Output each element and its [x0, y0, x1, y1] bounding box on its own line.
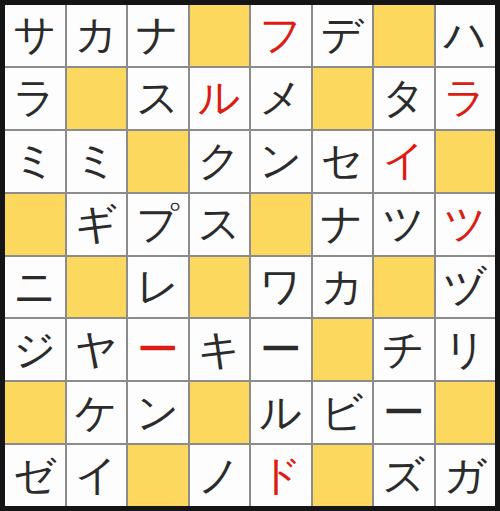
- letter-cell-r5c6[interactable]: カ: [313, 257, 373, 318]
- letter: サ: [13, 14, 56, 56]
- letter-cell-r1c3[interactable]: ナ: [128, 5, 188, 66]
- blocked-cell-r6c6: [313, 319, 373, 380]
- letter-cell-r2c4[interactable]: ル: [190, 68, 250, 129]
- letter-cell-r6c5[interactable]: ー: [251, 319, 311, 380]
- letter-cell-r1c6[interactable]: デ: [313, 5, 373, 66]
- letter: ス: [136, 77, 179, 119]
- letter-cell-r6c3[interactable]: ー: [128, 319, 188, 380]
- letter: ハ: [444, 14, 487, 56]
- letter-cell-r4c6[interactable]: ナ: [313, 194, 373, 255]
- letter: ギ: [75, 203, 118, 245]
- letter: カ: [321, 266, 364, 308]
- letter: ニ: [13, 266, 56, 308]
- letter: ビ: [321, 392, 364, 434]
- letter: チ: [382, 329, 425, 371]
- letter: メ: [259, 77, 302, 119]
- highlighted-letter: フ: [259, 14, 302, 56]
- letter-cell-r3c1[interactable]: ミ: [5, 131, 65, 192]
- letter: ケ: [75, 392, 118, 434]
- letter-cell-r2c1[interactable]: ラ: [5, 68, 65, 129]
- letter-cell-r1c1[interactable]: サ: [5, 5, 65, 66]
- blocked-cell-r8c6: [313, 445, 373, 506]
- letter-cell-r4c7[interactable]: ツ: [374, 194, 434, 255]
- letter-cell-r8c8[interactable]: ガ: [436, 445, 496, 506]
- letter-cell-r6c7[interactable]: チ: [374, 319, 434, 380]
- letter-cell-r3c2[interactable]: ミ: [67, 131, 127, 192]
- letter-cell-r7c6[interactable]: ビ: [313, 382, 373, 443]
- letter-cell-r6c4[interactable]: キ: [190, 319, 250, 380]
- crossword-board: サカナフデハラスルメタラミミクンセイギプスナツツニレワカヅジヤーキーチリケンルビ…: [0, 0, 500, 511]
- letter: ン: [259, 140, 302, 182]
- letter: タ: [382, 77, 425, 119]
- letter: ワ: [259, 266, 302, 308]
- letter-cell-r5c5[interactable]: ワ: [251, 257, 311, 318]
- letter: ガ: [444, 455, 487, 497]
- letter-cell-r3c7[interactable]: イ: [374, 131, 434, 192]
- letter: ミ: [13, 140, 56, 182]
- letter: ジ: [13, 329, 56, 371]
- letter-cell-r4c2[interactable]: ギ: [67, 194, 127, 255]
- letter-cell-r4c4[interactable]: ス: [190, 194, 250, 255]
- blocked-cell-r7c4: [190, 382, 250, 443]
- blocked-cell-r7c8: [436, 382, 496, 443]
- letter-cell-r2c5[interactable]: メ: [251, 68, 311, 129]
- letter-cell-r7c2[interactable]: ケ: [67, 382, 127, 443]
- letter: ズ: [382, 455, 425, 497]
- blocked-cell-r8c3: [128, 445, 188, 506]
- blocked-cell-r2c6: [313, 68, 373, 129]
- letter-cell-r8c7[interactable]: ズ: [374, 445, 434, 506]
- letter: ナ: [321, 203, 364, 245]
- highlighted-letter: イ: [382, 140, 425, 182]
- blocked-cell-r3c3: [128, 131, 188, 192]
- letter: カ: [75, 14, 118, 56]
- blocked-cell-r2c2: [67, 68, 127, 129]
- highlighted-letter: ツ: [444, 203, 487, 245]
- letter: ヤ: [75, 329, 118, 371]
- letter-cell-r3c6[interactable]: セ: [313, 131, 373, 192]
- letter: ー: [260, 329, 302, 371]
- letter-cell-r7c5[interactable]: ル: [251, 382, 311, 443]
- letter-cell-r8c5[interactable]: ド: [251, 445, 311, 506]
- letter-cell-r2c7[interactable]: タ: [374, 68, 434, 129]
- blocked-cell-r4c5: [251, 194, 311, 255]
- letter-cell-r5c3[interactable]: レ: [128, 257, 188, 318]
- letter: セ: [321, 140, 364, 182]
- letter-cell-r3c5[interactable]: ン: [251, 131, 311, 192]
- letter-cell-r1c2[interactable]: カ: [67, 5, 127, 66]
- letter: ナ: [136, 14, 179, 56]
- highlighted-letter: ー: [137, 329, 179, 371]
- letter-cell-r7c7[interactable]: ー: [374, 382, 434, 443]
- letter: ミ: [75, 140, 118, 182]
- highlighted-letter: ド: [259, 455, 302, 497]
- letter: キ: [198, 329, 241, 371]
- letter-cell-r6c8[interactable]: リ: [436, 319, 496, 380]
- blocked-cell-r4c1: [5, 194, 65, 255]
- letter: リ: [444, 329, 487, 371]
- letter-cell-r1c8[interactable]: ハ: [436, 5, 496, 66]
- letter: ゼ: [13, 455, 56, 497]
- letter-cell-r2c8[interactable]: ラ: [436, 68, 496, 129]
- letter: ン: [136, 392, 179, 434]
- letter: ー: [383, 392, 425, 434]
- blocked-cell-r5c7: [374, 257, 434, 318]
- letter-cell-r4c8[interactable]: ツ: [436, 194, 496, 255]
- letter-cell-r4c3[interactable]: プ: [128, 194, 188, 255]
- letter-cell-r3c4[interactable]: ク: [190, 131, 250, 192]
- letter: ヅ: [444, 266, 487, 308]
- highlighted-letter: ラ: [444, 77, 487, 119]
- letter-cell-r8c1[interactable]: ゼ: [5, 445, 65, 506]
- letter: イ: [75, 455, 118, 497]
- letter: ク: [198, 140, 241, 182]
- blocked-cell-r5c2: [67, 257, 127, 318]
- letter: デ: [321, 14, 364, 56]
- blocked-cell-r5c4: [190, 257, 250, 318]
- letter-cell-r7c3[interactable]: ン: [128, 382, 188, 443]
- letter-cell-r8c2[interactable]: イ: [67, 445, 127, 506]
- blocked-cell-r1c4: [190, 5, 250, 66]
- blocked-cell-r3c8: [436, 131, 496, 192]
- letter-cell-r5c1[interactable]: ニ: [5, 257, 65, 318]
- letter-cell-r2c3[interactable]: ス: [128, 68, 188, 129]
- letter: ラ: [13, 77, 56, 119]
- letter-cell-r8c4[interactable]: ノ: [190, 445, 250, 506]
- letter-cell-r5c8[interactable]: ヅ: [436, 257, 496, 318]
- blocked-cell-r7c1: [5, 382, 65, 443]
- letter: ス: [198, 203, 241, 245]
- highlighted-letter: ル: [198, 77, 241, 119]
- letter: レ: [136, 266, 179, 308]
- letter: ツ: [382, 203, 425, 245]
- letter-cell-r6c2[interactable]: ヤ: [67, 319, 127, 380]
- blocked-cell-r1c7: [374, 5, 434, 66]
- letter-cell-r1c5[interactable]: フ: [251, 5, 311, 66]
- letter: ル: [259, 392, 302, 434]
- letter-cell-r6c1[interactable]: ジ: [5, 319, 65, 380]
- letter: プ: [136, 203, 179, 245]
- letter: ノ: [198, 455, 241, 497]
